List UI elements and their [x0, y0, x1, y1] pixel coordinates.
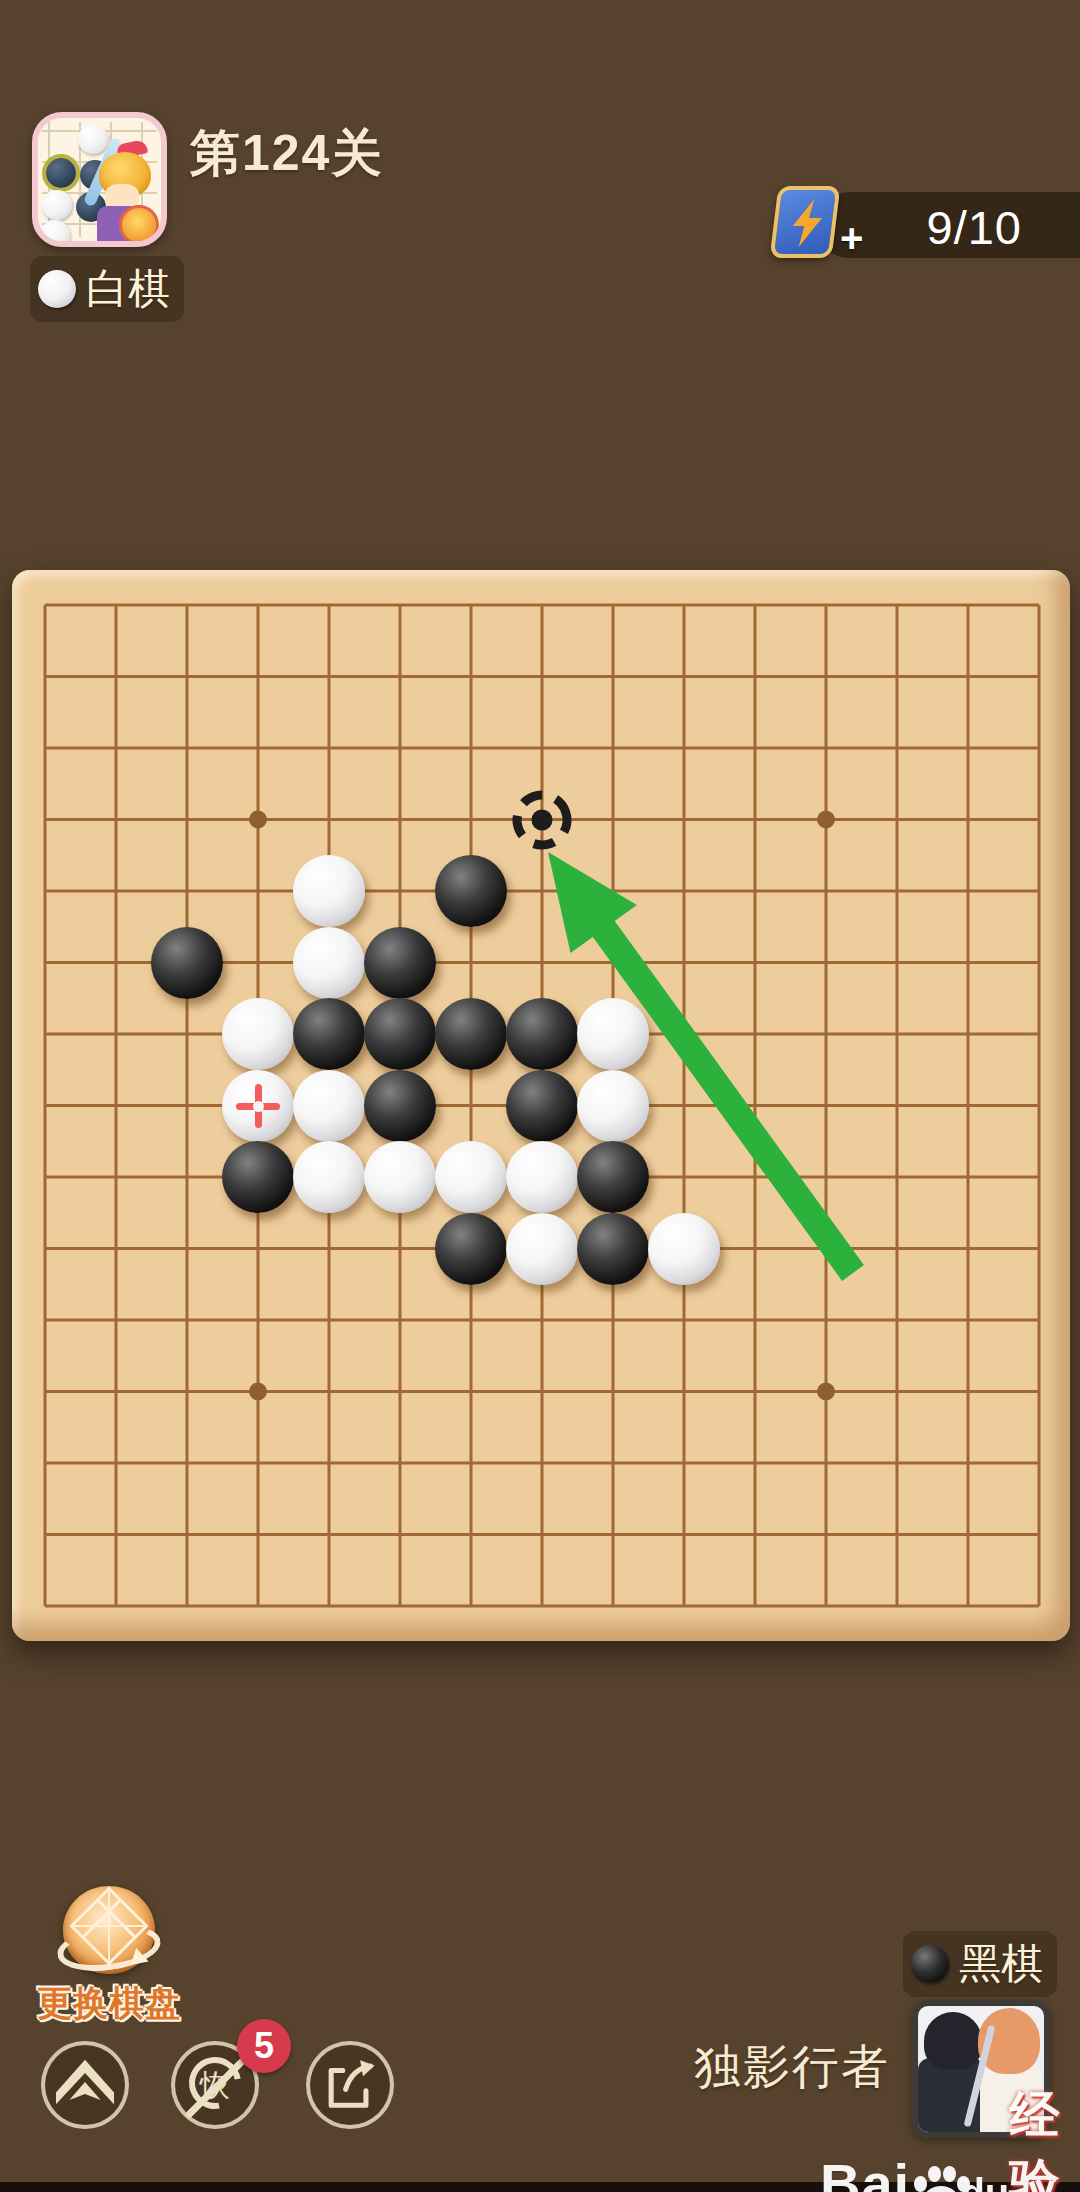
- mini-stone-white: [78, 124, 108, 154]
- board-grid[interactable]: [10, 569, 1075, 1642]
- mini-stone-dark: [46, 158, 76, 188]
- energy-counter[interactable]: + 9/10: [816, 192, 1080, 258]
- change-board-label: 更换棋盘: [24, 1980, 194, 2027]
- stone-white: [293, 855, 365, 927]
- knight-shield-icon: [119, 205, 159, 245]
- stone-black: [293, 998, 365, 1070]
- change-board-icon: [63, 1886, 155, 1974]
- stone-black: [364, 1070, 436, 1142]
- watermark-brand-prefix: Bai: [820, 2151, 910, 2192]
- stone-white: [293, 927, 365, 999]
- stone-white: [506, 1213, 578, 1285]
- opponent-side-label: 黑棋: [959, 1936, 1043, 1992]
- stone-black: [364, 927, 436, 999]
- stone-black: [364, 998, 436, 1070]
- opponent-side-badge: 黑棋: [903, 1931, 1057, 1997]
- mini-stone-white: [40, 220, 70, 247]
- stone-black: [506, 998, 578, 1070]
- watermark: Bai du 经验 jingyan.baidu.com: [820, 2082, 1080, 2192]
- submit-move-button[interactable]: [41, 2041, 129, 2129]
- stone-black: [577, 1141, 649, 1213]
- stone-white: [364, 1141, 436, 1213]
- share-icon: [321, 2057, 379, 2113]
- stone-white: [577, 1070, 649, 1142]
- gomoku-board[interactable]: [12, 570, 1070, 1641]
- player-side-badge: 白棋: [30, 256, 184, 322]
- stone-white: [577, 998, 649, 1070]
- black-stone-icon: [911, 1945, 949, 1983]
- watermark-brand-cn: 经验: [1009, 2082, 1080, 2192]
- app-level-icon: [32, 112, 167, 247]
- player-side-label: 白棋: [86, 261, 170, 317]
- stone-white: [506, 1141, 578, 1213]
- share-button[interactable]: [306, 2041, 394, 2129]
- stone-white: [435, 1141, 507, 1213]
- stone-white: [293, 1070, 365, 1142]
- energy-value: 9/10: [927, 200, 1022, 255]
- stone-white: [648, 1213, 720, 1285]
- mini-stone-white: [42, 190, 72, 220]
- lightning-icon: [785, 198, 829, 248]
- avatar-figure-dark-hair: [924, 2012, 982, 2070]
- stone-white: [293, 1141, 365, 1213]
- level-title: 第124关: [190, 120, 383, 187]
- stone-white: [222, 1070, 294, 1142]
- hint-target-marker[interactable]: [506, 784, 578, 856]
- change-board-button[interactable]: 更换棋盘: [24, 1886, 194, 2027]
- stone-black: [577, 1213, 649, 1285]
- stone-white: [222, 998, 294, 1070]
- paw-icon: [912, 2164, 966, 2192]
- undo-count-badge: 5: [237, 2019, 291, 2073]
- up-arrow-icon: [53, 2054, 117, 2116]
- last-move-cross-marker: [253, 1101, 264, 1112]
- stone-black: [506, 1070, 578, 1142]
- stone-black: [222, 1141, 294, 1213]
- stone-black: [151, 927, 223, 999]
- energy-card-icon: [770, 186, 841, 258]
- plus-icon: +: [840, 216, 863, 261]
- white-stone-icon: [38, 270, 76, 308]
- stone-black: [435, 1213, 507, 1285]
- stone-black: [435, 998, 507, 1070]
- stone-black: [435, 855, 507, 927]
